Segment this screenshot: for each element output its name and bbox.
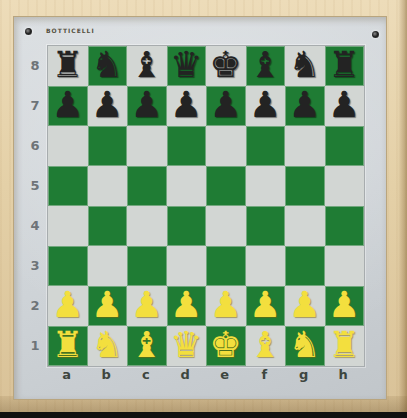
frame-right-shading xyxy=(398,0,407,413)
file-label-c: c xyxy=(126,366,166,382)
square-c1[interactable]: ♝ xyxy=(127,326,167,366)
piece-black-knight-g8[interactable]: ♞ xyxy=(289,47,321,83)
piece-black-pawn-c7[interactable]: ♟ xyxy=(131,87,163,123)
piece-yellow-pawn-g2[interactable]: ♟ xyxy=(289,287,321,323)
piece-black-pawn-d7[interactable]: ♟ xyxy=(170,87,202,123)
piece-black-pawn-g7[interactable]: ♟ xyxy=(289,87,321,123)
square-g2[interactable]: ♟ xyxy=(285,286,325,326)
square-h1[interactable]: ♜ xyxy=(325,326,365,366)
piece-black-pawn-b7[interactable]: ♟ xyxy=(91,87,123,123)
screw-top-right xyxy=(372,31,379,38)
square-c2[interactable]: ♟ xyxy=(127,286,167,326)
square-b3[interactable] xyxy=(88,246,128,286)
square-b6[interactable] xyxy=(88,126,128,166)
piece-yellow-bishop-f1[interactable]: ♝ xyxy=(249,327,281,363)
square-d8[interactable]: ♛ xyxy=(167,46,207,86)
square-g7[interactable]: ♟ xyxy=(285,86,325,126)
square-d7[interactable]: ♟ xyxy=(167,86,207,126)
screw-top-left xyxy=(25,28,32,35)
square-h6[interactable] xyxy=(325,126,365,166)
rank-label-8: 8 xyxy=(27,45,43,85)
square-g6[interactable] xyxy=(285,126,325,166)
piece-yellow-king-e1[interactable]: ♚ xyxy=(210,327,242,363)
rank-labels: 87654321 xyxy=(27,45,43,365)
rank-label-5: 5 xyxy=(27,165,43,205)
file-label-e: e xyxy=(205,366,245,382)
square-a6[interactable] xyxy=(48,126,88,166)
square-a5[interactable] xyxy=(48,166,88,206)
file-label-f: f xyxy=(245,366,285,382)
brand-logo-top: BOTTICELLI xyxy=(46,27,95,34)
square-d1[interactable]: ♛ xyxy=(167,326,207,366)
square-b4[interactable] xyxy=(88,206,128,246)
square-f7[interactable]: ♟ xyxy=(246,86,286,126)
piece-black-pawn-h7[interactable]: ♟ xyxy=(328,87,360,123)
square-a8[interactable]: ♜ xyxy=(48,46,88,86)
square-e8[interactable]: ♚ xyxy=(206,46,246,86)
piece-yellow-pawn-b2[interactable]: ♟ xyxy=(91,287,123,323)
square-g3[interactable] xyxy=(285,246,325,286)
piece-black-rook-h8[interactable]: ♜ xyxy=(328,47,360,83)
piece-black-pawn-a7[interactable]: ♟ xyxy=(52,87,84,123)
square-b5[interactable] xyxy=(88,166,128,206)
piece-yellow-rook-h1[interactable]: ♜ xyxy=(328,327,360,363)
piece-black-pawn-f7[interactable]: ♟ xyxy=(249,87,281,123)
file-labels: abcdefgh xyxy=(47,366,363,382)
square-c8[interactable]: ♝ xyxy=(127,46,167,86)
chess-board[interactable]: ♜♞♝♛♚♝♞♜♟♟♟♟♟♟♟♟♟♟♟♟♟♟♟♟♜♞♝♛♚♝♞♜ xyxy=(47,45,365,367)
piece-black-queen-d8[interactable]: ♛ xyxy=(170,47,202,83)
square-g4[interactable] xyxy=(285,206,325,246)
piece-yellow-pawn-a2[interactable]: ♟ xyxy=(52,287,84,323)
rank-label-1: 1 xyxy=(27,325,43,365)
square-b8[interactable]: ♞ xyxy=(88,46,128,86)
piece-yellow-pawn-d2[interactable]: ♟ xyxy=(170,287,202,323)
square-c3[interactable] xyxy=(127,246,167,286)
square-f5[interactable] xyxy=(246,166,286,206)
piece-yellow-bishop-c1[interactable]: ♝ xyxy=(131,327,163,363)
square-h8[interactable]: ♜ xyxy=(325,46,365,86)
piece-black-bishop-f8[interactable]: ♝ xyxy=(249,47,281,83)
square-d5[interactable] xyxy=(167,166,207,206)
square-c4[interactable] xyxy=(127,206,167,246)
piece-black-bishop-c8[interactable]: ♝ xyxy=(131,47,163,83)
piece-yellow-knight-b1[interactable]: ♞ xyxy=(91,327,123,363)
piece-black-knight-b8[interactable]: ♞ xyxy=(91,47,123,83)
demo-board-photo: BOTTICELLI BOTTICELLI 87654321 abcdefgh … xyxy=(0,0,407,418)
square-g5[interactable] xyxy=(285,166,325,206)
square-f1[interactable]: ♝ xyxy=(246,326,286,366)
square-f3[interactable] xyxy=(246,246,286,286)
square-c5[interactable] xyxy=(127,166,167,206)
square-c6[interactable] xyxy=(127,126,167,166)
file-label-h: h xyxy=(324,366,364,382)
rank-label-7: 7 xyxy=(27,85,43,125)
square-d6[interactable] xyxy=(167,126,207,166)
rank-label-4: 4 xyxy=(27,205,43,245)
rank-label-2: 2 xyxy=(27,285,43,325)
piece-black-pawn-e7[interactable]: ♟ xyxy=(210,87,242,123)
file-label-b: b xyxy=(87,366,127,382)
square-a3[interactable] xyxy=(48,246,88,286)
file-label-a: a xyxy=(47,366,87,382)
square-e2[interactable]: ♟ xyxy=(206,286,246,326)
square-e5[interactable] xyxy=(206,166,246,206)
background-shadow xyxy=(0,412,407,418)
square-b1[interactable]: ♞ xyxy=(88,326,128,366)
piece-yellow-pawn-c2[interactable]: ♟ xyxy=(131,287,163,323)
square-a1[interactable]: ♜ xyxy=(48,326,88,366)
piece-yellow-pawn-e2[interactable]: ♟ xyxy=(210,287,242,323)
square-h4[interactable] xyxy=(325,206,365,246)
square-h2[interactable]: ♟ xyxy=(325,286,365,326)
square-a7[interactable]: ♟ xyxy=(48,86,88,126)
square-h3[interactable] xyxy=(325,246,365,286)
file-label-d: d xyxy=(166,366,206,382)
square-b7[interactable]: ♟ xyxy=(88,86,128,126)
piece-yellow-pawn-f2[interactable]: ♟ xyxy=(249,287,281,323)
square-f4[interactable] xyxy=(246,206,286,246)
square-e7[interactable]: ♟ xyxy=(206,86,246,126)
piece-black-rook-a8[interactable]: ♜ xyxy=(52,47,84,83)
piece-black-king-e8[interactable]: ♚ xyxy=(210,47,242,83)
square-c7[interactable]: ♟ xyxy=(127,86,167,126)
rank-label-3: 3 xyxy=(27,245,43,285)
square-b2[interactable]: ♟ xyxy=(88,286,128,326)
piece-yellow-knight-g1[interactable]: ♞ xyxy=(289,327,321,363)
square-a2[interactable]: ♟ xyxy=(48,286,88,326)
file-label-g: g xyxy=(284,366,324,382)
square-h7[interactable]: ♟ xyxy=(325,86,365,126)
square-e1[interactable]: ♚ xyxy=(206,326,246,366)
piece-yellow-pawn-h2[interactable]: ♟ xyxy=(328,287,360,323)
square-e6[interactable] xyxy=(206,126,246,166)
square-e3[interactable] xyxy=(206,246,246,286)
square-d2[interactable]: ♟ xyxy=(167,286,207,326)
square-h5[interactable] xyxy=(325,166,365,206)
square-f6[interactable] xyxy=(246,126,286,166)
square-e4[interactable] xyxy=(206,206,246,246)
piece-yellow-rook-a1[interactable]: ♜ xyxy=(52,327,84,363)
square-a4[interactable] xyxy=(48,206,88,246)
square-f2[interactable]: ♟ xyxy=(246,286,286,326)
square-f8[interactable]: ♝ xyxy=(246,46,286,86)
square-d3[interactable] xyxy=(167,246,207,286)
square-d4[interactable] xyxy=(167,206,207,246)
piece-yellow-queen-d1[interactable]: ♛ xyxy=(170,327,202,363)
square-g1[interactable]: ♞ xyxy=(285,326,325,366)
square-g8[interactable]: ♞ xyxy=(285,46,325,86)
rank-label-6: 6 xyxy=(27,125,43,165)
